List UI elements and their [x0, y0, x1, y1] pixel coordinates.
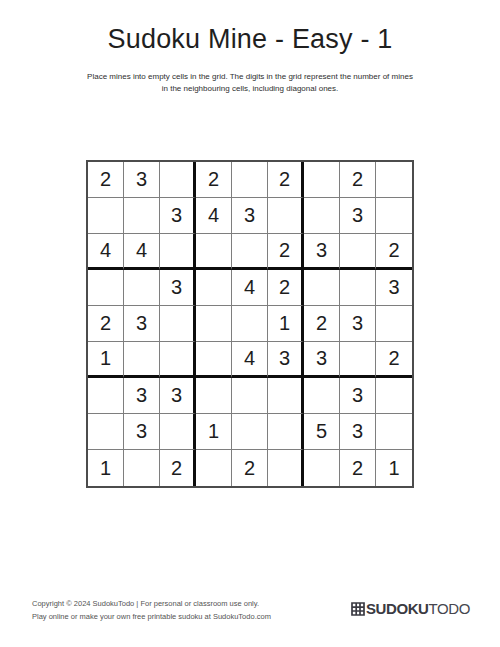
grid-cell-r7c4 — [196, 378, 232, 414]
grid-cell-r7c6 — [268, 378, 304, 414]
grid-cell-r8c6 — [268, 414, 304, 450]
grid-cell-r3c9: 2 — [376, 234, 412, 270]
grid-cell-r3c1: 4 — [88, 234, 124, 270]
grid-cell-r2c7 — [304, 198, 340, 234]
grid-cell-r2c9 — [376, 198, 412, 234]
grid-cell-r7c2: 3 — [124, 378, 160, 414]
grid-cell-r5c9 — [376, 306, 412, 342]
grid-cell-r2c4: 4 — [196, 198, 232, 234]
sudoku-grid-icon — [351, 602, 365, 616]
grid-cell-r2c1 — [88, 198, 124, 234]
footer-copyright: Copyright © 2024 SudokuTodo | For person… — [32, 598, 271, 611]
grid-cell-r4c3: 3 — [160, 270, 196, 306]
grid-cell-r1c3 — [160, 162, 196, 198]
grid-cell-r3c3 — [160, 234, 196, 270]
grid-cell-r2c6 — [268, 198, 304, 234]
grid-cell-r1c1: 2 — [88, 162, 124, 198]
grid-cell-r9c6 — [268, 450, 304, 486]
grid-cell-r9c9: 1 — [376, 450, 412, 486]
grid-cell-r8c3 — [160, 414, 196, 450]
grid-cell-r9c1: 1 — [88, 450, 124, 486]
grid-cell-r8c1 — [88, 414, 124, 450]
grid-cell-r3c6: 2 — [268, 234, 304, 270]
footer: Copyright © 2024 SudokuTodo | For person… — [32, 598, 271, 623]
grid-cell-r1c6: 2 — [268, 162, 304, 198]
grid-cell-r5c7: 2 — [304, 306, 340, 342]
grid-cell-r6c3 — [160, 342, 196, 378]
grid-cell-r5c3 — [160, 306, 196, 342]
grid-cell-r8c9 — [376, 414, 412, 450]
grid-cell-r2c2 — [124, 198, 160, 234]
grid-cell-r6c1: 1 — [88, 342, 124, 378]
grid-cell-r4c9: 3 — [376, 270, 412, 306]
grid-cell-r8c4: 1 — [196, 414, 232, 450]
instructions-line-1: Place mines into empty cells in the grid… — [0, 71, 500, 83]
grid-cell-r6c5: 4 — [232, 342, 268, 378]
grid-cell-r9c4 — [196, 450, 232, 486]
grid-cell-r7c3: 3 — [160, 378, 196, 414]
grid-cell-r2c3: 3 — [160, 198, 196, 234]
grid-cell-r6c7: 3 — [304, 342, 340, 378]
grid-cell-r5c5 — [232, 306, 268, 342]
grid-cell-r4c7 — [304, 270, 340, 306]
grid-cell-r4c8 — [340, 270, 376, 306]
grid-cell-r7c1 — [88, 378, 124, 414]
grid-cell-r4c2 — [124, 270, 160, 306]
grid-cell-r5c4 — [196, 306, 232, 342]
grid-cell-r5c8: 3 — [340, 306, 376, 342]
board: 2322234334423234232312314332333315312221 — [86, 160, 414, 488]
grid-cell-r3c2: 4 — [124, 234, 160, 270]
grid-cell-r9c2 — [124, 450, 160, 486]
grid-cell-r7c9 — [376, 378, 412, 414]
grid-cell-r9c7 — [304, 450, 340, 486]
grid-cell-r4c6: 2 — [268, 270, 304, 306]
grid-cell-r5c1: 2 — [88, 306, 124, 342]
grid-cell-r3c4 — [196, 234, 232, 270]
grid-cell-r7c5 — [232, 378, 268, 414]
grid-cell-r1c8: 2 — [340, 162, 376, 198]
grid-cell-r4c4 — [196, 270, 232, 306]
grid-cell-r1c4: 2 — [196, 162, 232, 198]
grid-cell-r7c8: 3 — [340, 378, 376, 414]
grid-cell-r9c5: 2 — [232, 450, 268, 486]
grid-cell-r5c2: 3 — [124, 306, 160, 342]
grid-cell-r1c5 — [232, 162, 268, 198]
grid-cell-r6c4 — [196, 342, 232, 378]
sudokutodo-logo: SUDOKU TODO — [351, 600, 470, 617]
grid-cell-r8c5 — [232, 414, 268, 450]
grid-cell-r6c9: 2 — [376, 342, 412, 378]
grid-cell-r3c8 — [340, 234, 376, 270]
grid-cell-r6c2 — [124, 342, 160, 378]
instructions: Place mines into empty cells in the grid… — [0, 71, 500, 94]
footer-play-online: Play online or make your own free printa… — [32, 611, 271, 624]
grid-cell-r3c7: 3 — [304, 234, 340, 270]
grid-cell-r7c7 — [304, 378, 340, 414]
grid-cell-r1c2: 3 — [124, 162, 160, 198]
logo-text-sudoku: SUDOKU — [366, 600, 429, 617]
grid-cell-r2c8: 3 — [340, 198, 376, 234]
grid-cell-r8c2: 3 — [124, 414, 160, 450]
logo-text-todo: TODO — [429, 600, 470, 617]
grid-cell-r9c3: 2 — [160, 450, 196, 486]
grid-cell-r1c9 — [376, 162, 412, 198]
grid-cell-r6c8 — [340, 342, 376, 378]
instructions-line-2: in the neighbouring cells, including dia… — [0, 83, 500, 95]
grid-cell-r5c6: 1 — [268, 306, 304, 342]
page-title: Sudoku Mine - Easy - 1 — [0, 24, 500, 55]
grid-cell-r8c7: 5 — [304, 414, 340, 450]
grid-cell-r1c7 — [304, 162, 340, 198]
grid-cell-r2c5: 3 — [232, 198, 268, 234]
grid-cell-r4c1 — [88, 270, 124, 306]
grid-cell-r9c8: 2 — [340, 450, 376, 486]
grid-cell-r8c8: 3 — [340, 414, 376, 450]
grid-cell-r6c6: 3 — [268, 342, 304, 378]
grid-cell-r3c5 — [232, 234, 268, 270]
grid-cell-r4c5: 4 — [232, 270, 268, 306]
